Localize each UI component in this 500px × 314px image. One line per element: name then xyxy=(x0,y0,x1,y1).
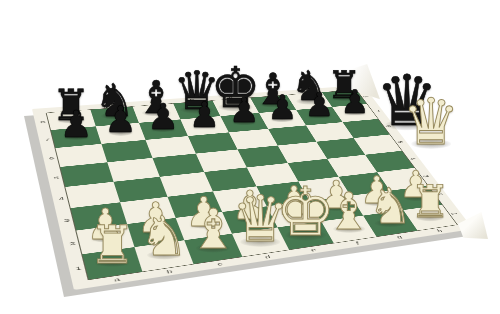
piece-white-queen-d1: ♛ xyxy=(232,188,289,252)
coord-right-1: 1 xyxy=(449,212,459,215)
piece-black-pawn-f7: ♟ xyxy=(267,91,297,125)
coord-left-6: 6 xyxy=(49,156,55,161)
coord-left-7: 7 xyxy=(44,137,50,141)
coord-left-5: 5 xyxy=(53,175,59,180)
coord-left-4: 4 xyxy=(58,195,64,200)
piece-black-pawn-b7: ♟ xyxy=(104,103,137,139)
coord-bottom-b: b xyxy=(166,268,173,274)
piece-black-pawn-e7: ♟ xyxy=(229,94,260,128)
coord-left-8: 8 xyxy=(40,120,46,124)
piece-white-rook-a1: ♜ xyxy=(89,219,136,271)
piece-white-knight-b1: ♞ xyxy=(139,209,188,264)
coord-left-2: 2 xyxy=(69,240,76,246)
piece-black-pawn-h7: ♟ xyxy=(340,86,369,119)
piece-white-rook-h1: ♜ xyxy=(410,179,450,224)
coord-left-3: 3 xyxy=(63,217,70,223)
piece-white-bishop-c1: ♝ xyxy=(189,202,238,257)
piece-black-pawn-g7: ♟ xyxy=(304,88,334,121)
coord-bottom-a: a xyxy=(113,276,120,283)
chess-set-photo: aabbccddeeffgghh1122334455667788 ♜♞♝♛♚♝♞… xyxy=(0,0,500,314)
piece-black-pawn-d7: ♟ xyxy=(189,96,220,131)
piece-black-pawn-a7: ♟ xyxy=(59,106,92,143)
coord-left-1: 1 xyxy=(75,265,82,271)
piece-white-knight-g1: ♞ xyxy=(368,182,412,231)
piece-white-queen-spare: ♛ xyxy=(402,90,459,154)
piece-black-pawn-c7: ♟ xyxy=(147,99,179,135)
